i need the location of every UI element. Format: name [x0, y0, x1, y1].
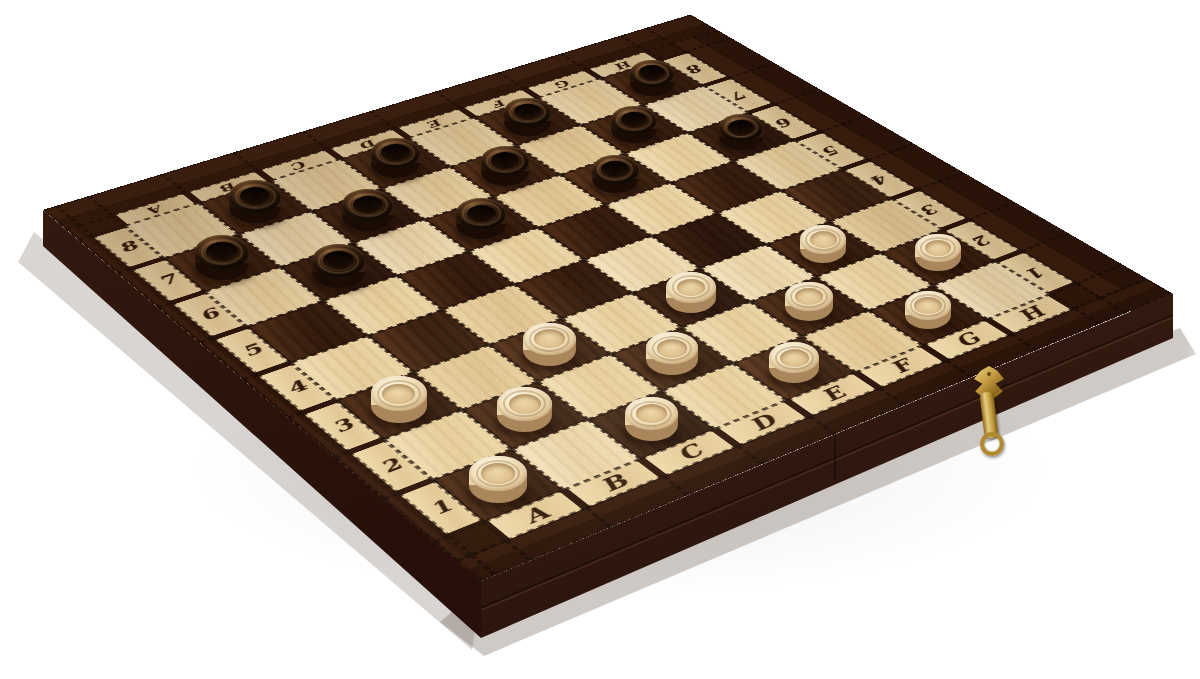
box-half-joint [834, 434, 836, 480]
piece-top [229, 180, 282, 213]
piece-top [915, 234, 960, 262]
light-checker-h2[interactable] [915, 234, 960, 271]
piece-top [800, 225, 846, 254]
light-checker-d2[interactable] [646, 332, 698, 374]
left-rank-label-3: 3 [327, 417, 358, 435]
light-checker-c1[interactable] [625, 397, 679, 441]
brass-clasp [968, 366, 1014, 458]
piece-top [456, 198, 506, 229]
front-file-label-f: F [885, 358, 918, 376]
dark-checker-e7[interactable] [481, 146, 529, 186]
left-rank-label-2: 2 [375, 457, 407, 476]
piece-top [666, 272, 716, 303]
piece-top [469, 456, 527, 492]
piece-top [195, 235, 250, 269]
board: ABCDEFGH8877665544332211ABCDEFGH [43, 15, 1173, 582]
light-checker-e1[interactable] [769, 342, 819, 383]
dark-checker-b8[interactable] [229, 180, 282, 223]
piece-top [504, 98, 551, 127]
right-rank-label-7: 7 [726, 89, 752, 101]
dark-checker-a7[interactable] [195, 235, 250, 280]
right-rank-label-1: 1 [1021, 265, 1050, 280]
dark-checker-f6[interactable] [592, 155, 639, 194]
piece-top [630, 60, 674, 87]
light-checker-b2[interactable] [497, 387, 552, 432]
right-rank-label-6: 6 [771, 116, 797, 128]
dark-checker-h8[interactable] [630, 60, 674, 96]
right-rank-label-8: 8 [682, 63, 707, 75]
right-rank-label-3: 3 [916, 202, 944, 216]
left-rank-label-7: 7 [153, 273, 181, 288]
piece-top [342, 189, 393, 221]
piece-top [625, 397, 679, 430]
right-rank-label-2: 2 [968, 233, 997, 247]
light-checker-a1[interactable] [469, 456, 527, 503]
piece-top [371, 138, 420, 169]
left-rank-label-8: 8 [114, 240, 142, 255]
right-rank-label-5: 5 [818, 144, 845, 157]
dark-checker-b6[interactable] [312, 244, 365, 288]
left-rank-label-4: 4 [281, 379, 311, 396]
dark-checker-h6[interactable] [719, 114, 763, 150]
clasp-arm [979, 391, 999, 438]
light-checker-a3[interactable] [371, 376, 428, 422]
piece-top [592, 155, 639, 184]
light-checker-g1[interactable] [905, 291, 952, 329]
scene: ABCDEFGH8877665544332211ABCDEFGH [0, 0, 1200, 679]
dark-checker-f8[interactable] [504, 98, 551, 136]
light-checker-f2[interactable] [785, 282, 833, 322]
piece-top [497, 387, 552, 421]
clasp-hook [980, 432, 1004, 456]
light-checker-e3[interactable] [666, 272, 716, 313]
piece-top [905, 291, 952, 320]
dark-checker-d6[interactable] [456, 198, 506, 239]
dark-checker-g7[interactable] [611, 106, 656, 143]
clasp-screw [987, 372, 991, 376]
left-rank-label-6: 6 [194, 307, 223, 323]
light-checker-g3[interactable] [800, 225, 846, 263]
piece-top [481, 146, 529, 176]
right-rank-label-4: 4 [866, 173, 893, 186]
piece-top [646, 332, 698, 364]
dark-checker-c7[interactable] [342, 189, 393, 231]
light-checker-c3[interactable] [523, 323, 576, 366]
piece-top [611, 106, 656, 134]
left-rank-label-5: 5 [237, 342, 267, 359]
dark-checker-d8[interactable] [371, 138, 420, 179]
left-rank-label-1: 1 [425, 498, 457, 517]
